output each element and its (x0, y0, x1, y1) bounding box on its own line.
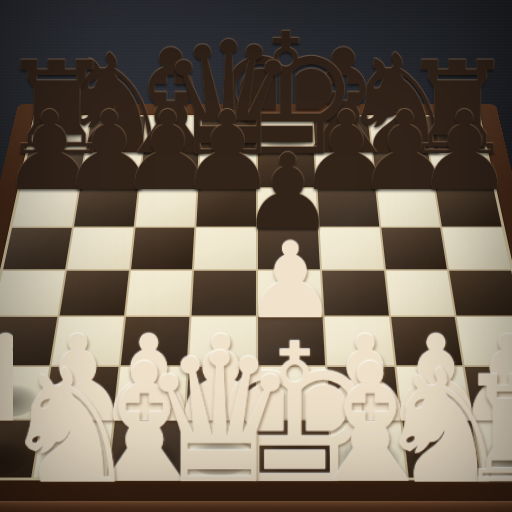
square-a5[interactable] (3, 228, 71, 269)
scene-background: ♜♞♝♛♚♝♞♜♟♟♟♟♟♟♟♟♟♟♟♟♟♟♟♟♜♞♝♛♚♝♞♜ (0, 0, 512, 512)
square-h7[interactable]: ♟ (430, 151, 493, 187)
white-rook-h1[interactable]: ♜ (390, 357, 512, 503)
square-a4[interactable] (0, 271, 65, 316)
square-h6[interactable] (436, 188, 502, 226)
chess-board-grid: ♜♞♝♛♚♝♞♜♟♟♟♟♟♟♟♟♟♟♟♟♟♟♟♟♜♞♝♛♚♝♞♜ (0, 117, 512, 478)
square-h1[interactable]: ♜ (474, 421, 512, 478)
white-queen-d1[interactable]: ♛ (90, 330, 349, 509)
square-h4[interactable] (449, 271, 512, 316)
chess-board: ♜♞♝♛♚♝♞♜♟♟♟♟♟♟♟♟♟♟♟♟♟♟♟♟♜♞♝♛♚♝♞♜ (0, 104, 512, 501)
square-a6[interactable] (12, 188, 78, 226)
square-b5[interactable] (67, 228, 133, 269)
square-h5[interactable] (442, 228, 510, 269)
square-b4[interactable] (59, 271, 128, 316)
square-d1[interactable]: ♛ (183, 421, 256, 478)
board-front-edge (0, 501, 512, 512)
white-rook-a1[interactable]: ♜ (0, 357, 124, 503)
square-b6[interactable] (74, 188, 138, 226)
square-a1[interactable]: ♜ (0, 421, 40, 478)
